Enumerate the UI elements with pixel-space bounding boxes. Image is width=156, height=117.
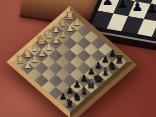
black-pawn: ♟ <box>100 0 115 6</box>
black-pawn: ♟ <box>130 2 145 12</box>
white-rook: ♜ <box>65 10 75 20</box>
photo-scene: ♟♟♟♟ ♜♞♝♛♚♝♞♜♟♟♟♟♟♟♟♟♟♟♟♟♟♟♟♟♜♞♝♛♚♝♞♜ <box>0 0 156 117</box>
black-pawn: ♟ <box>145 4 156 14</box>
black-pawn: ♟ <box>115 0 130 9</box>
